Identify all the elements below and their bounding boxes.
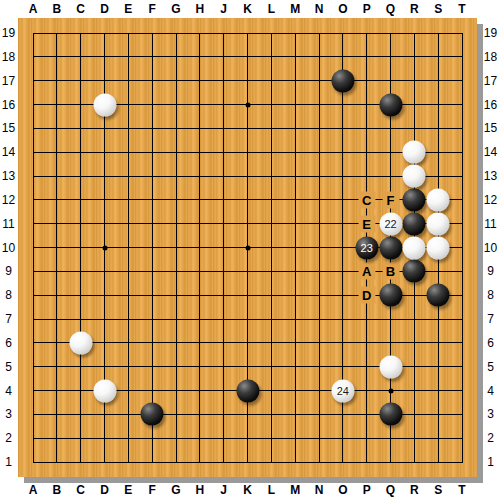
column-label-top: H xyxy=(195,2,204,16)
column-label-bottom: Q xyxy=(386,483,395,497)
row-label-left: 1 xyxy=(5,455,12,469)
row-label-left: 8 xyxy=(5,288,12,302)
column-label-top: D xyxy=(100,2,109,16)
go-board[interactable]: ABCDEF232224 xyxy=(18,18,477,477)
column-label-bottom: O xyxy=(338,483,347,497)
column-label-bottom: M xyxy=(290,483,300,497)
column-label-bottom: J xyxy=(220,483,227,497)
column-label-top: T xyxy=(458,2,465,16)
column-label-top: N xyxy=(315,2,324,16)
grid-line-horizontal xyxy=(33,438,463,439)
column-label-top: A xyxy=(29,2,38,16)
black-stone xyxy=(236,379,259,402)
row-label-left: 2 xyxy=(5,431,12,445)
row-label-right: 5 xyxy=(487,360,494,374)
grid-line-vertical xyxy=(271,33,272,463)
row-label-left: 17 xyxy=(2,74,15,88)
grid-line-vertical xyxy=(176,33,177,463)
row-label-right: 19 xyxy=(484,26,497,40)
grid-line-vertical xyxy=(80,33,81,463)
column-label-top: K xyxy=(243,2,252,16)
row-label-left: 10 xyxy=(2,241,15,255)
grid-line-horizontal xyxy=(33,152,463,153)
black-stone xyxy=(379,403,402,426)
white-stone-move-22: 22 xyxy=(379,212,402,235)
row-label-right: 8 xyxy=(487,288,494,302)
row-label-right: 4 xyxy=(487,384,494,398)
column-label-bottom: K xyxy=(243,483,252,497)
grid-line-horizontal xyxy=(33,80,463,81)
variation-letter-mark[interactable]: F xyxy=(382,191,399,208)
column-label-bottom: C xyxy=(76,483,85,497)
white-stone xyxy=(427,236,450,259)
column-label-top: L xyxy=(268,2,275,16)
row-label-left: 5 xyxy=(5,360,12,374)
black-stone xyxy=(403,212,426,235)
row-label-left: 16 xyxy=(2,98,15,112)
column-label-bottom: R xyxy=(410,483,419,497)
grid-line-horizontal xyxy=(33,33,463,34)
column-label-bottom: N xyxy=(315,483,324,497)
row-label-left: 19 xyxy=(2,26,15,40)
row-label-left: 11 xyxy=(2,217,14,231)
grid-line-vertical xyxy=(295,33,296,463)
column-label-top: S xyxy=(434,2,442,16)
star-point xyxy=(388,388,393,393)
row-label-right: 2 xyxy=(487,431,494,445)
black-stone xyxy=(403,260,426,283)
row-label-right: 13 xyxy=(484,169,497,183)
grid-line-vertical xyxy=(152,33,153,463)
row-label-right: 6 xyxy=(487,336,494,350)
column-label-bottom: D xyxy=(100,483,109,497)
column-label-bottom: T xyxy=(458,483,465,497)
row-label-left: 6 xyxy=(5,336,12,350)
column-label-top: F xyxy=(148,2,155,16)
row-label-right: 3 xyxy=(487,407,494,421)
column-label-bottom: E xyxy=(124,483,132,497)
black-stone xyxy=(403,188,426,211)
column-label-bottom: F xyxy=(148,483,155,497)
column-label-bottom: H xyxy=(195,483,204,497)
grid-line-horizontal xyxy=(33,56,463,57)
column-label-top: R xyxy=(410,2,419,16)
row-label-left: 18 xyxy=(2,50,15,64)
row-label-right: 15 xyxy=(484,121,497,135)
row-label-right: 12 xyxy=(484,193,497,207)
column-label-bottom: L xyxy=(268,483,275,497)
column-label-bottom: G xyxy=(171,483,180,497)
column-label-bottom: A xyxy=(29,483,38,497)
column-label-top: P xyxy=(363,2,371,16)
row-label-left: 13 xyxy=(2,169,15,183)
grid-line-vertical xyxy=(223,33,224,463)
row-label-right: 18 xyxy=(484,50,497,64)
white-stone xyxy=(69,331,92,354)
column-label-bottom: P xyxy=(363,483,371,497)
column-label-top: E xyxy=(124,2,132,16)
column-label-top: J xyxy=(220,2,227,16)
grid-line-horizontal xyxy=(33,462,463,463)
column-label-top: C xyxy=(76,2,85,16)
grid-line-vertical xyxy=(128,33,129,463)
variation-letter-mark[interactable]: A xyxy=(358,263,375,280)
star-point xyxy=(102,245,107,250)
black-stone-move-23: 23 xyxy=(355,236,378,259)
row-label-left: 7 xyxy=(5,312,12,326)
row-label-left: 9 xyxy=(5,264,12,278)
grid-line-vertical xyxy=(319,33,320,463)
white-stone xyxy=(403,141,426,164)
column-label-top: M xyxy=(290,2,300,16)
black-stone xyxy=(379,93,402,116)
row-label-left: 3 xyxy=(5,407,12,421)
row-label-left: 15 xyxy=(2,121,15,135)
row-label-left: 4 xyxy=(5,384,12,398)
go-board-diagram: ABCDEF232224 AABBCCDDEEFFGGHHJJKKLLMMNNO… xyxy=(0,0,500,500)
white-stone xyxy=(403,165,426,188)
white-stone xyxy=(427,188,450,211)
white-stone-move-24: 24 xyxy=(331,379,354,402)
black-stone xyxy=(379,236,402,259)
grid-line-horizontal xyxy=(33,342,463,343)
column-label-top: O xyxy=(338,2,347,16)
black-stone xyxy=(427,284,450,307)
white-stone xyxy=(93,379,116,402)
column-label-top: B xyxy=(52,2,61,16)
row-label-right: 1 xyxy=(487,455,494,469)
star-point xyxy=(245,102,250,107)
grid-line-vertical xyxy=(56,33,57,463)
row-label-right: 14 xyxy=(484,145,497,159)
row-label-left: 12 xyxy=(2,193,15,207)
column-label-bottom: S xyxy=(434,483,442,497)
grid-line-horizontal xyxy=(33,176,463,177)
star-point xyxy=(245,245,250,250)
column-label-top: G xyxy=(171,2,180,16)
variation-letter-mark[interactable]: C xyxy=(358,191,375,208)
grid-line-vertical xyxy=(33,33,34,463)
row-label-right: 17 xyxy=(484,74,497,88)
row-label-right: 10 xyxy=(484,241,497,255)
column-label-bottom: B xyxy=(52,483,61,497)
black-stone xyxy=(331,69,354,92)
black-stone xyxy=(379,284,402,307)
grid-line-vertical xyxy=(199,33,200,463)
column-label-top: Q xyxy=(386,2,395,16)
white-stone xyxy=(427,212,450,235)
variation-letter-mark[interactable]: D xyxy=(358,287,375,304)
variation-letter-mark[interactable]: B xyxy=(382,263,399,280)
white-stone xyxy=(93,93,116,116)
row-label-right: 16 xyxy=(484,98,497,112)
variation-letter-mark[interactable]: E xyxy=(358,215,375,232)
grid-line-horizontal xyxy=(33,128,463,129)
grid-line-horizontal xyxy=(33,319,463,320)
row-label-left: 14 xyxy=(2,145,15,159)
white-stone xyxy=(403,236,426,259)
row-label-right: 11 xyxy=(484,217,496,231)
black-stone xyxy=(141,403,164,426)
row-label-right: 7 xyxy=(487,312,494,326)
grid-line-vertical xyxy=(462,33,463,463)
white-stone xyxy=(379,355,402,378)
row-label-right: 9 xyxy=(487,264,494,278)
